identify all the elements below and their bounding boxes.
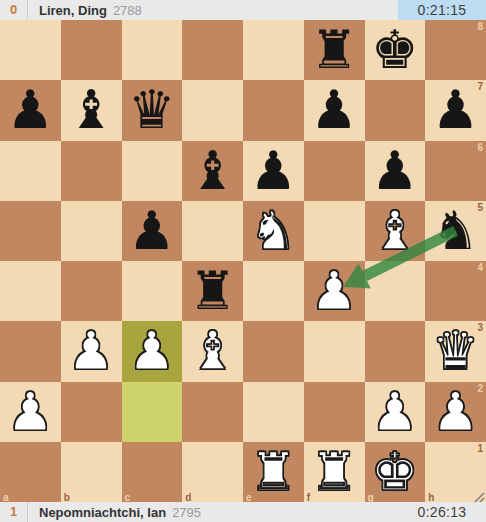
square-f7[interactable]: ♟	[304, 80, 365, 140]
square-b5[interactable]	[61, 201, 122, 261]
board-number-top: 0	[0, 0, 28, 20]
piece-black-queen[interactable]: ♛	[128, 80, 176, 140]
board-resize-handle[interactable]	[473, 489, 485, 501]
square-b6[interactable]	[61, 141, 122, 201]
coord-rank-1: 1	[477, 444, 483, 454]
square-g5[interactable]: ♝	[365, 201, 426, 261]
square-f8[interactable]: ♜	[304, 20, 365, 80]
coord-file-g: g	[368, 493, 374, 502]
piece-white-pawn[interactable]: ♟	[128, 321, 176, 381]
square-a6[interactable]	[0, 141, 61, 201]
square-e3[interactable]	[243, 321, 304, 381]
square-d7[interactable]	[182, 80, 243, 140]
piece-white-queen[interactable]: ♛	[432, 321, 480, 381]
square-c8[interactable]	[122, 20, 183, 80]
square-g1[interactable]: ♚g	[365, 442, 426, 502]
coord-rank-4: 4	[477, 263, 483, 273]
square-a4[interactable]	[0, 261, 61, 321]
piece-black-pawn[interactable]: ♟	[128, 201, 176, 261]
square-e6[interactable]: ♟	[243, 141, 304, 201]
piece-black-pawn[interactable]: ♟	[7, 80, 55, 140]
player-bar-bottom: 1 Nepomniachtchi, Ian 2795 0:26:13	[0, 502, 486, 522]
piece-black-pawn[interactable]: ♟	[250, 141, 298, 201]
piece-white-bishop[interactable]: ♝	[371, 201, 419, 261]
square-h3[interactable]: ♛3	[425, 321, 486, 381]
piece-black-bishop[interactable]: ♝	[67, 80, 115, 140]
square-d8[interactable]	[182, 20, 243, 80]
piece-black-rook[interactable]: ♜	[310, 20, 358, 80]
piece-white-rook[interactable]: ♜	[310, 442, 358, 502]
player-rating-bottom: 2795	[172, 505, 201, 520]
square-e5[interactable]: ♞	[243, 201, 304, 261]
player-rating-top: 2788	[113, 3, 142, 18]
piece-white-king[interactable]: ♚	[371, 442, 419, 502]
coord-file-c: c	[125, 493, 131, 502]
square-f2[interactable]	[304, 382, 365, 442]
square-a2[interactable]: ♟	[0, 382, 61, 442]
square-h8[interactable]: 8	[425, 20, 486, 80]
piece-white-bishop[interactable]: ♝	[189, 321, 237, 381]
square-g7[interactable]	[365, 80, 426, 140]
piece-white-pawn[interactable]: ♟	[67, 321, 115, 381]
square-b7[interactable]: ♝	[61, 80, 122, 140]
piece-black-bishop[interactable]: ♝	[189, 141, 237, 201]
coord-rank-5: 5	[477, 203, 483, 213]
coord-rank-7: 7	[477, 82, 483, 92]
chess-app-window: 0 Liren, Ding 2788 0:21:15 ♜♚8♟♝♛♟♟7♝♟♟6…	[0, 0, 486, 522]
square-e8[interactable]	[243, 20, 304, 80]
square-g2[interactable]: ♟	[365, 382, 426, 442]
square-e2[interactable]	[243, 382, 304, 442]
square-h7[interactable]: ♟7	[425, 80, 486, 140]
square-b4[interactable]	[61, 261, 122, 321]
square-c5[interactable]: ♟	[122, 201, 183, 261]
square-d2[interactable]	[182, 382, 243, 442]
square-c3[interactable]: ♟	[122, 321, 183, 381]
player-name-top: Liren, Ding	[39, 3, 107, 18]
square-h5[interactable]: ♞5	[425, 201, 486, 261]
coord-file-a: a	[3, 493, 9, 502]
square-g8[interactable]: ♚	[365, 20, 426, 80]
square-h4[interactable]: 4	[425, 261, 486, 321]
piece-white-knight[interactable]: ♞	[250, 201, 298, 261]
square-e1[interactable]: ♜e	[243, 442, 304, 502]
square-b3[interactable]: ♟	[61, 321, 122, 381]
square-f1[interactable]: ♜f	[304, 442, 365, 502]
coord-file-b: b	[64, 493, 70, 502]
square-f6[interactable]	[304, 141, 365, 201]
piece-black-pawn[interactable]: ♟	[432, 80, 480, 140]
square-g4[interactable]	[365, 261, 426, 321]
square-a7[interactable]: ♟	[0, 80, 61, 140]
square-c2[interactable]	[122, 382, 183, 442]
square-f5[interactable]	[304, 201, 365, 261]
square-d4[interactable]: ♜	[182, 261, 243, 321]
square-a1[interactable]: a	[0, 442, 61, 502]
square-g3[interactable]	[365, 321, 426, 381]
square-h6[interactable]: 6	[425, 141, 486, 201]
square-e4[interactable]	[243, 261, 304, 321]
player-bar-top: 0 Liren, Ding 2788 0:21:15	[0, 0, 486, 20]
square-f4[interactable]: ♟	[304, 261, 365, 321]
square-a3[interactable]	[0, 321, 61, 381]
square-c1[interactable]: c	[122, 442, 183, 502]
square-c4[interactable]	[122, 261, 183, 321]
square-d6[interactable]: ♝	[182, 141, 243, 201]
coord-file-e: e	[246, 493, 252, 502]
square-f3[interactable]	[304, 321, 365, 381]
piece-white-pawn[interactable]: ♟	[432, 382, 480, 442]
square-a8[interactable]	[0, 20, 61, 80]
coord-rank-3: 3	[477, 323, 483, 333]
chess-board[interactable]: ♜♚8♟♝♛♟♟7♝♟♟6♟♞♝♞5♜♟4♟♟♝♛3♟♟♟2abcd♜e♜f♚g…	[0, 20, 486, 502]
coord-rank-2: 2	[477, 384, 483, 394]
board-number-bottom: 1	[0, 502, 28, 522]
piece-black-rook[interactable]: ♜	[189, 261, 237, 321]
player-name-bottom: Nepomniachtchi, Ian	[39, 505, 166, 520]
square-c7[interactable]: ♛	[122, 80, 183, 140]
square-h2[interactable]: ♟2	[425, 382, 486, 442]
square-b2[interactable]	[61, 382, 122, 442]
square-g6[interactable]: ♟	[365, 141, 426, 201]
clock-top: 0:21:15	[398, 0, 486, 20]
piece-white-pawn[interactable]: ♟	[371, 382, 419, 442]
coord-file-f: f	[307, 493, 310, 502]
square-b1[interactable]: b	[61, 442, 122, 502]
clock-bottom: 0:26:13	[398, 502, 486, 522]
square-e7[interactable]	[243, 80, 304, 140]
square-b8[interactable]	[61, 20, 122, 80]
piece-white-rook[interactable]: ♜	[250, 442, 298, 502]
piece-white-pawn[interactable]: ♟	[310, 261, 358, 321]
square-c6[interactable]	[122, 141, 183, 201]
piece-white-pawn[interactable]: ♟	[7, 382, 55, 442]
square-a5[interactable]	[0, 201, 61, 261]
piece-black-pawn[interactable]: ♟	[371, 141, 419, 201]
piece-black-king[interactable]: ♚	[371, 20, 419, 80]
coord-file-h: h	[428, 493, 434, 502]
square-d1[interactable]: d	[182, 442, 243, 502]
square-d3[interactable]: ♝	[182, 321, 243, 381]
coord-file-d: d	[185, 493, 191, 502]
square-d5[interactable]	[182, 201, 243, 261]
piece-black-knight[interactable]: ♞	[432, 201, 480, 261]
piece-black-pawn[interactable]: ♟	[310, 80, 358, 140]
coord-rank-8: 8	[477, 22, 483, 32]
coord-rank-6: 6	[477, 143, 483, 153]
